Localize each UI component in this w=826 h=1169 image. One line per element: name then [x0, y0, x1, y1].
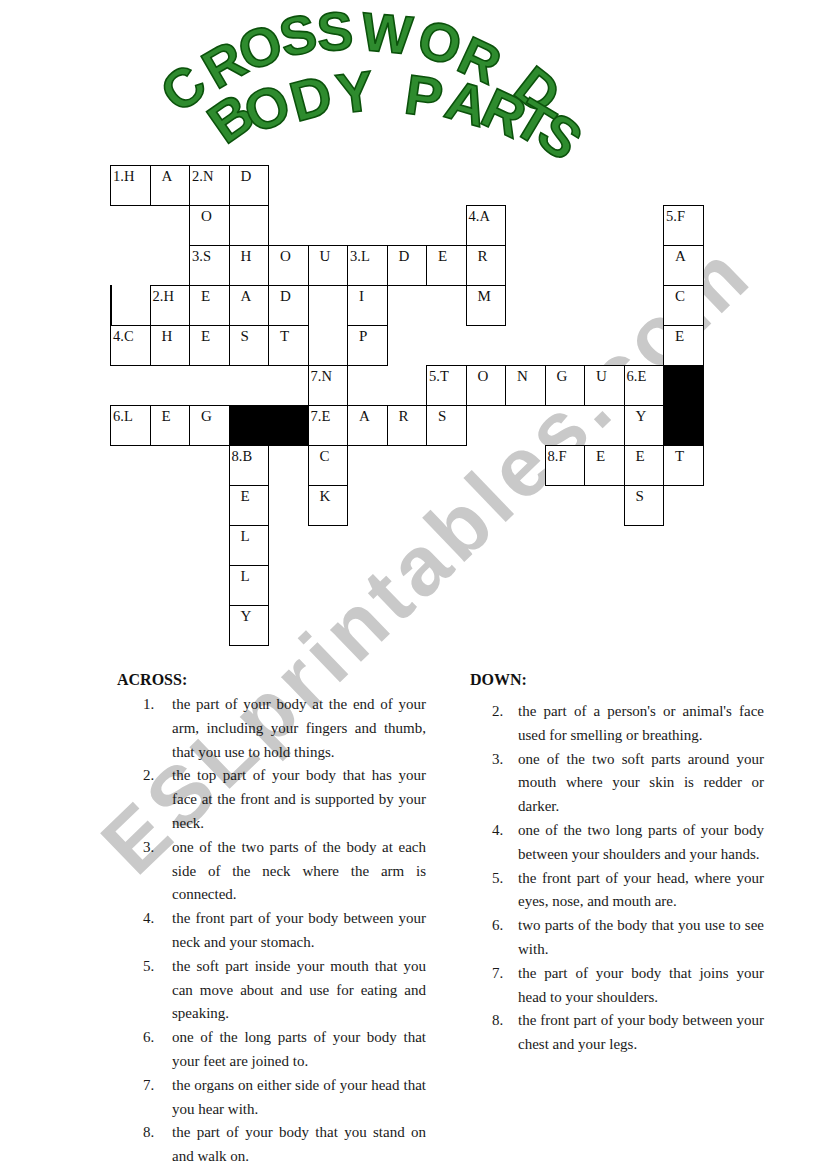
grid-border-artifact	[110, 285, 112, 325]
clue-item: 2.the top part of your body that has you…	[143, 764, 437, 835]
cell-r8c6[interactable]: C	[308, 445, 349, 486]
cell-r9c6[interactable]: K	[308, 485, 349, 526]
clue-item: 8.the front part of your body between yo…	[492, 1009, 775, 1057]
clue-number: 2.	[143, 764, 172, 835]
clue-number: 5.	[143, 955, 172, 1026]
cell-r6c9[interactable]: 5.T	[426, 365, 467, 406]
down-heading: DOWN:	[470, 668, 775, 692]
cell-r10c4[interactable]: L	[229, 525, 270, 566]
clue-number: 6.	[143, 1026, 172, 1074]
clue-text: the part of your body that joins your he…	[518, 962, 764, 1010]
cell-r4c2[interactable]: 2.H	[150, 285, 191, 326]
clue-text: the front part of your body between your…	[518, 1009, 764, 1057]
cell-r9c4[interactable]: E	[229, 485, 270, 526]
title-letter: W	[359, 0, 415, 66]
cell-r8c14[interactable]: E	[624, 445, 665, 486]
cell-r1c3[interactable]: 2.N	[189, 165, 230, 206]
clue-item: 8.the part of your body that you stand o…	[143, 1121, 437, 1169]
title-letter: S	[315, 0, 355, 63]
cell-r3c15[interactable]: A	[663, 245, 704, 286]
cell-r6c13[interactable]: U	[584, 365, 625, 406]
clue-text: the front part of your head, where your …	[518, 867, 764, 915]
clue-item: 4.the front part of your body between yo…	[143, 907, 437, 955]
cell-r1c1[interactable]: 1.H	[110, 165, 151, 206]
clue-number: 5.	[492, 867, 518, 915]
clue-number: 3.	[143, 836, 172, 907]
cell-r7c3[interactable]: G	[189, 405, 230, 446]
cell-r6c12[interactable]: G	[545, 365, 586, 406]
clue-text: the top part of your body that has your …	[172, 764, 426, 835]
empty-cell-r4c6[interactable]	[308, 285, 349, 366]
down-clues-section: DOWN: 2.the part of a person's or animal…	[470, 668, 775, 1057]
clue-item: 5.the soft part inside your mouth that y…	[143, 955, 437, 1026]
cell-r6c10[interactable]: O	[466, 365, 507, 406]
clue-text: the organs on either side of your head t…	[172, 1074, 426, 1122]
cell-r3c9[interactable]: E	[426, 245, 467, 286]
clue-text: the soft part inside your mouth that you…	[172, 955, 426, 1026]
clue-number: 3.	[492, 748, 518, 819]
cell-r5c4[interactable]: S	[229, 325, 270, 366]
across-heading: ACROSS:	[117, 668, 437, 692]
cell-r3c3[interactable]: 3.S	[189, 245, 230, 286]
clue-number: 4.	[143, 907, 172, 955]
black-cell-r7c5	[268, 405, 309, 446]
clue-item: 6.two parts of the body that you use to …	[492, 914, 775, 962]
cell-r7c6[interactable]: 7.E	[308, 405, 349, 446]
cell-r5c5[interactable]: T	[268, 325, 309, 366]
across-clue-list: 1.the part of your body at the end of yo…	[117, 693, 437, 1169]
crossword-grid: 1.HA2.NDO4.A5.F3.SHOU3.LDERA2.HEADIMC4.C…	[110, 165, 705, 647]
clue-item: 3.one of the two soft parts around your …	[492, 748, 775, 819]
cell-r3c7[interactable]: 3.L	[347, 245, 388, 286]
clue-text: one of the two soft parts around your mo…	[518, 748, 764, 819]
cell-r7c8[interactable]: R	[387, 405, 428, 446]
cell-r5c1[interactable]: 4.C	[110, 325, 151, 366]
cell-r8c15[interactable]: T	[663, 445, 704, 486]
clue-number: 6.	[492, 914, 518, 962]
cell-r7c1[interactable]: 6.L	[110, 405, 151, 446]
clue-text: one of the two long parts of your body b…	[518, 819, 764, 867]
cell-r2c10[interactable]: 4.A	[466, 205, 507, 246]
cell-r8c4[interactable]: 8.B	[229, 445, 270, 486]
clue-text: the front part of your body between your…	[172, 907, 426, 955]
cell-r5c3[interactable]: E	[189, 325, 230, 366]
clue-text: two parts of the body that you use to se…	[518, 914, 764, 962]
cell-r3c5[interactable]: O	[268, 245, 309, 286]
clue-text: the part of a person's or animal's face …	[518, 700, 764, 748]
down-clue-list: 2.the part of a person's or animal's fac…	[470, 700, 775, 1057]
clue-item: 7.the part of your body that joins your …	[492, 962, 775, 1010]
clue-item: 4.one of the two long parts of your body…	[492, 819, 775, 867]
clue-number: 1.	[143, 693, 172, 764]
cell-r6c6[interactable]: 7.N	[308, 365, 349, 406]
cell-r4c5[interactable]: D	[268, 285, 309, 326]
cell-r2c15[interactable]: 5.F	[663, 205, 704, 246]
black-cell-r7c15	[663, 405, 704, 446]
clue-number: 7.	[492, 962, 518, 1010]
empty-cell-r2c4[interactable]	[229, 205, 270, 246]
clue-item: 5.the front part of your head, where you…	[492, 867, 775, 915]
title-letter: Y	[332, 57, 377, 126]
worksheet-page: ESLprintables.com CROSSWORDBODYPARTS 1.H…	[0, 0, 826, 1169]
cell-r3c6[interactable]: U	[308, 245, 349, 286]
cell-r3c8[interactable]: D	[387, 245, 428, 286]
clue-text: one of the two parts of the body at each…	[172, 836, 426, 907]
clue-item: 7.the organs on either side of your head…	[143, 1074, 437, 1122]
clue-number: 4.	[492, 819, 518, 867]
cell-r4c4[interactable]: A	[229, 285, 270, 326]
cell-r11c4[interactable]: L	[229, 565, 270, 606]
cell-r8c13[interactable]: E	[584, 445, 625, 486]
cell-r9c14[interactable]: S	[624, 485, 665, 526]
clue-item: 1.the part of your body at the end of yo…	[143, 693, 437, 764]
cell-r5c15[interactable]: E	[663, 325, 704, 366]
cell-r6c14[interactable]: 6.E	[624, 365, 665, 406]
cell-r3c10[interactable]: R	[466, 245, 507, 286]
cell-r8c12[interactable]: 8.F	[545, 445, 586, 486]
cell-r7c9[interactable]: S	[426, 405, 467, 446]
cell-r1c2[interactable]: A	[150, 165, 191, 206]
cell-r4c10[interactable]: M	[466, 285, 507, 326]
cell-r12c4[interactable]: Y	[229, 605, 270, 646]
cell-r4c15[interactable]: C	[663, 285, 704, 326]
cell-r5c2[interactable]: H	[150, 325, 191, 366]
clue-item: 2.the part of a person's or animal's fac…	[492, 700, 775, 748]
cell-r4c7[interactable]: I	[347, 285, 388, 326]
cell-r5c7[interactable]: P	[347, 325, 388, 366]
clue-number: 7.	[143, 1074, 172, 1122]
clue-item: 6.one of the long parts of your body tha…	[143, 1026, 437, 1074]
cell-r2c3[interactable]: O	[189, 205, 230, 246]
black-cell-r7c4	[229, 405, 270, 446]
clue-number: 8.	[143, 1121, 172, 1169]
across-clues-section: ACROSS: 1.the part of your body at the e…	[117, 668, 437, 1169]
cell-r4c3[interactable]: E	[189, 285, 230, 326]
cell-r6c11[interactable]: N	[505, 365, 546, 406]
cell-r3c4[interactable]: H	[229, 245, 270, 286]
cell-r7c2[interactable]: E	[150, 405, 191, 446]
clue-number: 8.	[492, 1009, 518, 1057]
cell-r1c4[interactable]: D	[229, 165, 270, 206]
clue-text: one of the long parts of your body that …	[172, 1026, 426, 1074]
cell-r7c7[interactable]: A	[347, 405, 388, 446]
clue-number: 2.	[492, 700, 518, 748]
clue-text: the part of your body that you stand on …	[172, 1121, 426, 1169]
cell-r7c14[interactable]: Y	[624, 405, 665, 446]
black-cell-r6c15	[663, 365, 704, 406]
clue-text: the part of your body at the end of your…	[172, 693, 426, 764]
clue-item: 3.one of the two parts of the body at ea…	[143, 836, 437, 907]
